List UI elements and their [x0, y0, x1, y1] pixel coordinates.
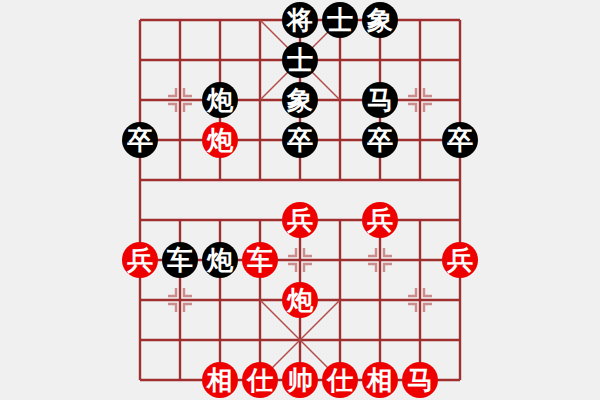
xiangqi-board: 将士象士炮象马卒炮卒卒卒兵兵兵车炮车兵炮相仕帅仕相马: [120, 0, 480, 400]
piece-red-general[interactable]: 帅: [282, 362, 318, 398]
piece-black-elephant[interactable]: 象: [282, 82, 318, 118]
piece-red-cannon[interactable]: 炮: [202, 122, 238, 158]
piece-red-soldier[interactable]: 兵: [442, 242, 478, 278]
piece-red-advisor[interactable]: 仕: [242, 362, 278, 398]
piece-red-soldier[interactable]: 兵: [282, 202, 318, 238]
piece-red-chariot[interactable]: 车: [242, 242, 278, 278]
piece-red-horse[interactable]: 马: [402, 362, 438, 398]
piece-black-chariot[interactable]: 车: [162, 242, 198, 278]
xiangqi-board-screen: 将士象士炮象马卒炮卒卒卒兵兵兵车炮车兵炮相仕帅仕相马: [0, 0, 600, 400]
piece-red-advisor[interactable]: 仕: [322, 362, 358, 398]
piece-black-cannon[interactable]: 炮: [202, 242, 238, 278]
piece-red-cannon[interactable]: 炮: [282, 282, 318, 318]
piece-black-advisor[interactable]: 士: [282, 42, 318, 78]
piece-red-elephant[interactable]: 相: [362, 362, 398, 398]
piece-black-elephant[interactable]: 象: [362, 2, 398, 38]
piece-black-cannon[interactable]: 炮: [202, 82, 238, 118]
piece-black-soldier[interactable]: 卒: [442, 122, 478, 158]
piece-black-soldier[interactable]: 卒: [282, 122, 318, 158]
piece-black-soldier[interactable]: 卒: [122, 122, 158, 158]
piece-black-soldier[interactable]: 卒: [362, 122, 398, 158]
piece-black-advisor[interactable]: 士: [322, 2, 358, 38]
piece-red-elephant[interactable]: 相: [202, 362, 238, 398]
piece-black-general[interactable]: 将: [282, 2, 318, 38]
piece-black-horse[interactable]: 马: [362, 82, 398, 118]
piece-red-soldier[interactable]: 兵: [122, 242, 158, 278]
piece-red-soldier[interactable]: 兵: [362, 202, 398, 238]
